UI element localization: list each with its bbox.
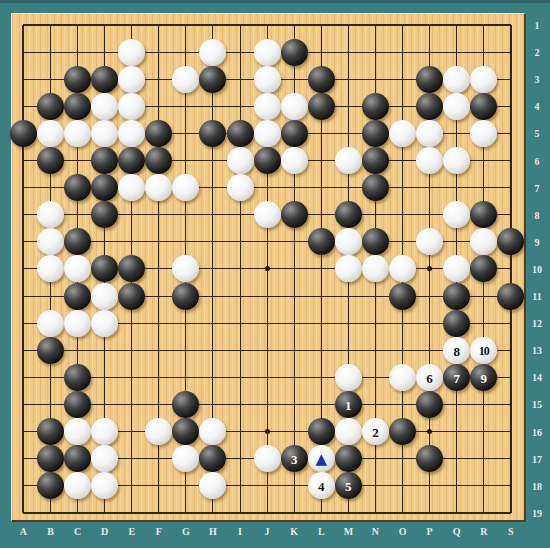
stone-white-D17 (91, 445, 118, 472)
triangle-marker: ▲ (315, 451, 327, 466)
stone-white-O10 (389, 255, 416, 282)
stone-black-H3 (199, 66, 226, 93)
stone-black-D8 (91, 201, 118, 228)
move-number-4: 4 (318, 480, 325, 493)
stone-black-N5 (362, 120, 389, 147)
stone-white-D5 (91, 120, 118, 147)
coord-label-row-7: 7 (535, 182, 540, 193)
move-number-7: 7 (453, 371, 460, 384)
stone-white-J17 (254, 445, 281, 472)
stone-black-D7 (91, 174, 118, 201)
stone-black-S11 (497, 283, 524, 310)
stone-black-G15 (172, 391, 199, 418)
grid-hline (23, 512, 510, 514)
stone-white-M6 (335, 147, 362, 174)
stone-white-K6 (281, 147, 308, 174)
coord-label-row-19: 19 (532, 507, 542, 518)
stone-black-B18 (37, 472, 64, 499)
coord-label-row-9: 9 (535, 236, 540, 247)
stone-white-I6 (227, 147, 254, 174)
coord-label-col-E: E (128, 526, 135, 537)
move-number-8: 8 (453, 344, 460, 357)
stone-white-M16 (335, 418, 362, 445)
coord-label-col-K: K (290, 526, 298, 537)
grid-hline (23, 350, 510, 351)
coord-label-row-5: 5 (535, 128, 540, 139)
stone-white-P9 (416, 228, 443, 255)
stone-white-B10 (37, 255, 64, 282)
stone-black-Q11 (443, 283, 470, 310)
go-diagram: 12345678910▲ABCDEFGHIJKLMNOPQRS123456789… (0, 0, 550, 548)
stone-black-I5 (227, 120, 254, 147)
coord-label-col-C: C (74, 526, 81, 537)
stone-white-D16 (91, 418, 118, 445)
stone-black-N6 (362, 147, 389, 174)
board-layer: 12345678910▲ABCDEFGHIJKLMNOPQRS123456789… (0, 0, 550, 548)
stone-white-M10 (335, 255, 362, 282)
stone-black-O11 (389, 283, 416, 310)
coord-label-row-16: 16 (532, 426, 542, 437)
star-point (265, 266, 270, 271)
stone-white-D12 (91, 310, 118, 337)
stone-white-R3 (470, 66, 497, 93)
stone-black-N9 (362, 228, 389, 255)
stone-black-P3 (416, 66, 443, 93)
stone-white-H16 (199, 418, 226, 445)
coord-label-row-3: 3 (535, 74, 540, 85)
stone-white-M9 (335, 228, 362, 255)
move-number-10: 10 (479, 344, 489, 357)
stone-white-P6 (416, 147, 443, 174)
stone-black-M17 (335, 445, 362, 472)
coord-label-row-6: 6 (535, 155, 540, 166)
stone-white-M14 (335, 364, 362, 391)
stone-white-N10 (362, 255, 389, 282)
coord-label-row-18: 18 (532, 480, 542, 491)
coord-label-col-L: L (318, 526, 325, 537)
stone-white-Q8 (443, 201, 470, 228)
stone-white-J3 (254, 66, 281, 93)
stone-black-L9 (308, 228, 335, 255)
stone-white-C5 (64, 120, 91, 147)
stone-black-R10 (470, 255, 497, 282)
stone-black-E6 (118, 147, 145, 174)
star-point (265, 429, 270, 434)
stone-white-E4 (118, 93, 145, 120)
stone-black-B17 (37, 445, 64, 472)
stone-white-F16 (145, 418, 172, 445)
move-number-5: 5 (345, 480, 352, 493)
stone-white-E3 (118, 66, 145, 93)
stone-white-C12 (64, 310, 91, 337)
coord-label-row-10: 10 (532, 263, 542, 274)
stone-black-S9 (497, 228, 524, 255)
stone-white-G17 (172, 445, 199, 472)
stone-white-Q10 (443, 255, 470, 282)
stone-white-D18 (91, 472, 118, 499)
stone-black-E10 (118, 255, 145, 282)
coord-label-row-1: 1 (535, 20, 540, 31)
coord-label-col-F: F (156, 526, 162, 537)
coord-label-row-12: 12 (532, 318, 542, 329)
stone-black-D3 (91, 66, 118, 93)
stone-white-Q3 (443, 66, 470, 93)
stone-black-L16 (308, 418, 335, 445)
coord-label-col-I: I (238, 526, 242, 537)
stone-black-B4 (37, 93, 64, 120)
stone-white-G7 (172, 174, 199, 201)
stone-black-N4 (362, 93, 389, 120)
star-point (427, 429, 432, 434)
stone-black-J6 (254, 147, 281, 174)
stone-black-F6 (145, 147, 172, 174)
stone-black-A5 (10, 120, 37, 147)
stone-black-O16 (389, 418, 416, 445)
stone-black-M8 (335, 201, 362, 228)
stone-black-N7 (362, 174, 389, 201)
coord-label-row-14: 14 (532, 372, 542, 383)
coord-label-col-R: R (480, 526, 487, 537)
stone-white-B12 (37, 310, 64, 337)
stone-white-G3 (172, 66, 199, 93)
grid-vline (510, 25, 512, 513)
stone-black-C7 (64, 174, 91, 201)
coord-label-col-G: G (182, 526, 190, 537)
stone-black-H17 (199, 445, 226, 472)
stone-black-P15 (416, 391, 443, 418)
stone-white-R9 (470, 228, 497, 255)
coord-label-row-11: 11 (532, 291, 541, 302)
stone-white-D11 (91, 283, 118, 310)
stone-black-C9 (64, 228, 91, 255)
coord-label-col-Q: Q (453, 526, 461, 537)
stone-black-L4 (308, 93, 335, 120)
stone-black-G11 (172, 283, 199, 310)
stone-white-C16 (64, 418, 91, 445)
stone-white-J4 (254, 93, 281, 120)
stone-black-K5 (281, 120, 308, 147)
coord-label-col-O: O (399, 526, 407, 537)
stone-white-E7 (118, 174, 145, 201)
stone-white-B9 (37, 228, 64, 255)
stone-white-H18 (199, 472, 226, 499)
stone-black-F5 (145, 120, 172, 147)
stone-white-B5 (37, 120, 64, 147)
stone-black-G16 (172, 418, 199, 445)
coord-label-col-P: P (427, 526, 433, 537)
stone-black-K8 (281, 201, 308, 228)
coord-label-col-B: B (47, 526, 54, 537)
coord-label-col-J: J (265, 526, 270, 537)
stone-black-E11 (118, 283, 145, 310)
stone-white-E5 (118, 120, 145, 147)
coord-label-row-15: 15 (532, 399, 542, 410)
stone-black-P4 (416, 93, 443, 120)
stone-white-I7 (227, 174, 254, 201)
stone-black-C15 (64, 391, 91, 418)
stone-black-R8 (470, 201, 497, 228)
stone-black-H5 (199, 120, 226, 147)
coord-label-col-S: S (508, 526, 514, 537)
coord-label-col-D: D (101, 526, 108, 537)
stone-black-C4 (64, 93, 91, 120)
coord-label-col-H: H (209, 526, 217, 537)
stone-white-P5 (416, 120, 443, 147)
stone-black-P17 (416, 445, 443, 472)
stone-white-F7 (145, 174, 172, 201)
move-number-6: 6 (426, 371, 433, 384)
stone-white-B8 (37, 201, 64, 228)
stone-white-C10 (64, 255, 91, 282)
stone-white-H2 (199, 39, 226, 66)
stone-white-O14 (389, 364, 416, 391)
stone-black-B6 (37, 147, 64, 174)
stone-black-D6 (91, 147, 118, 174)
move-number-2: 2 (372, 426, 379, 439)
stone-black-D10 (91, 255, 118, 282)
stone-black-L3 (308, 66, 335, 93)
star-point (427, 266, 432, 271)
stone-white-J8 (254, 201, 281, 228)
coord-label-col-N: N (372, 526, 379, 537)
coord-label-row-4: 4 (535, 101, 540, 112)
stone-black-R4 (470, 93, 497, 120)
stone-white-D4 (91, 93, 118, 120)
stone-white-J2 (254, 39, 281, 66)
stone-white-C18 (64, 472, 91, 499)
stone-white-R5 (470, 120, 497, 147)
move-number-3: 3 (291, 453, 298, 466)
stone-white-G10 (172, 255, 199, 282)
stone-black-B16 (37, 418, 64, 445)
stone-black-K2 (281, 39, 308, 66)
stone-white-O5 (389, 120, 416, 147)
stone-black-C14 (64, 364, 91, 391)
stone-white-Q4 (443, 93, 470, 120)
stone-black-B13 (37, 337, 64, 364)
stone-white-Q6 (443, 147, 470, 174)
stone-black-C11 (64, 283, 91, 310)
coord-label-col-A: A (20, 526, 27, 537)
coord-label-row-13: 13 (532, 345, 542, 356)
coord-label-col-M: M (344, 526, 353, 537)
stone-white-E2 (118, 39, 145, 66)
move-number-1: 1 (345, 398, 352, 411)
coord-label-row-17: 17 (532, 453, 542, 464)
stone-black-C3 (64, 66, 91, 93)
coord-label-row-8: 8 (535, 209, 540, 220)
coord-label-row-2: 2 (535, 47, 540, 58)
move-number-9: 9 (481, 371, 488, 384)
stone-black-Q12 (443, 310, 470, 337)
stone-black-C17 (64, 445, 91, 472)
stone-white-J5 (254, 120, 281, 147)
stone-white-K4 (281, 93, 308, 120)
